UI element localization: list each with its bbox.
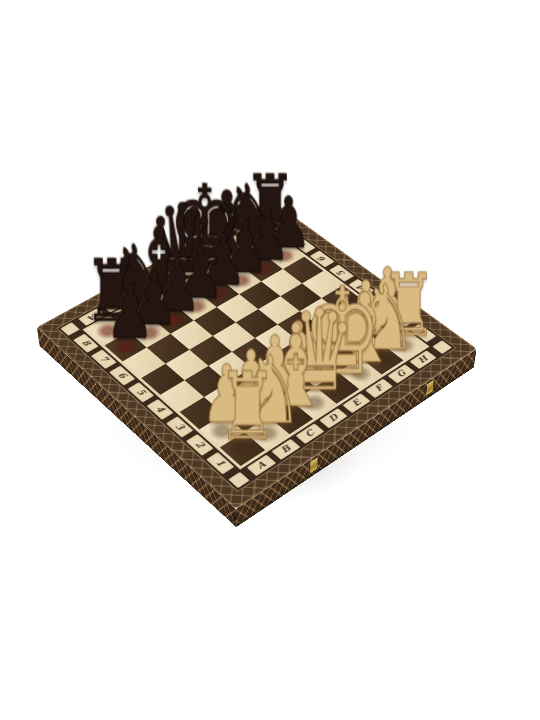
- white-rook-a1: ♜: [183, 361, 313, 453]
- rank-label-right-8-text: 8: [279, 228, 290, 235]
- brass-clasp-icon: [310, 457, 318, 473]
- chess-board: ♜♞♝♛♚♝♞♜♟♟♟♟♟♟♟♟♟♟♟♟♟♟♟♟♜♞♝♛♚♝♞♜ AA88BB7…: [37, 200, 477, 509]
- board-top-face: ♜♞♝♛♚♝♞♜♟♟♟♟♟♟♟♟♟♟♟♟♟♟♟♟♜♞♝♛♚♝♞♜ AA88BB7…: [37, 200, 477, 509]
- file-label-top-H-text: H: [243, 226, 256, 234]
- rank-label-right-7-text: 7: [298, 241, 309, 248]
- file-label-top-G-text: G: [222, 238, 234, 246]
- file-label-top-F-text: F: [201, 250, 212, 258]
- black-pawn-a7: ♟: [69, 275, 190, 350]
- product-photo: ♜♞♝♛♚♝♞♜♟♟♟♟♟♟♟♟♟♟♟♟♟♟♟♟♜♞♝♛♚♝♞♜ AA88BB7…: [0, 0, 540, 720]
- file-label-top-E-text: E: [179, 262, 191, 270]
- chess-scene: ♜♞♝♛♚♝♞♜♟♟♟♟♟♟♟♟♟♟♟♟♟♟♟♟♜♞♝♛♚♝♞♜ AA88BB7…: [0, 0, 540, 720]
- brass-clasp-icon: [426, 380, 434, 396]
